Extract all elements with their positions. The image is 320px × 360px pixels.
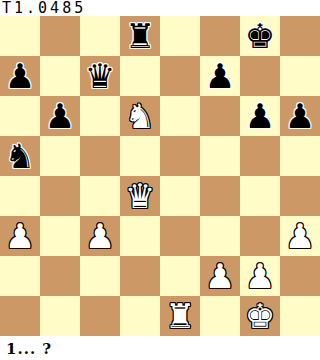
square-a8[interactable] bbox=[0, 16, 40, 56]
square-g6[interactable]: ♟ bbox=[240, 96, 280, 136]
piece-white-knight[interactable]: ♞ bbox=[125, 96, 155, 136]
square-b1[interactable] bbox=[40, 296, 80, 336]
piece-black-knight[interactable]: ♞ bbox=[5, 136, 35, 176]
square-b8[interactable] bbox=[40, 16, 80, 56]
square-c8[interactable] bbox=[80, 16, 120, 56]
square-h2[interactable] bbox=[280, 256, 320, 296]
piece-black-pawn[interactable]: ♟ bbox=[45, 96, 75, 136]
square-h4[interactable] bbox=[280, 176, 320, 216]
square-d7[interactable] bbox=[120, 56, 160, 96]
square-g7[interactable] bbox=[240, 56, 280, 96]
square-g1[interactable]: ♚ bbox=[240, 296, 280, 336]
piece-black-pawn[interactable]: ♟ bbox=[285, 96, 315, 136]
square-a4[interactable] bbox=[0, 176, 40, 216]
square-c3[interactable]: ♟ bbox=[80, 216, 120, 256]
square-h1[interactable] bbox=[280, 296, 320, 336]
piece-black-king[interactable]: ♚ bbox=[245, 16, 275, 56]
square-f4[interactable] bbox=[200, 176, 240, 216]
piece-white-king[interactable]: ♚ bbox=[245, 296, 275, 336]
square-f8[interactable] bbox=[200, 16, 240, 56]
move-prompt: 1... ? bbox=[0, 336, 320, 360]
square-a1[interactable] bbox=[0, 296, 40, 336]
square-e3[interactable] bbox=[160, 216, 200, 256]
square-b4[interactable] bbox=[40, 176, 80, 216]
square-g4[interactable] bbox=[240, 176, 280, 216]
piece-black-pawn[interactable]: ♟ bbox=[5, 56, 35, 96]
piece-black-pawn[interactable]: ♟ bbox=[205, 56, 235, 96]
square-b7[interactable] bbox=[40, 56, 80, 96]
square-f1[interactable] bbox=[200, 296, 240, 336]
square-c2[interactable] bbox=[80, 256, 120, 296]
square-g5[interactable] bbox=[240, 136, 280, 176]
square-d8[interactable]: ♜ bbox=[120, 16, 160, 56]
square-d3[interactable] bbox=[120, 216, 160, 256]
square-e4[interactable] bbox=[160, 176, 200, 216]
square-b6[interactable]: ♟ bbox=[40, 96, 80, 136]
square-g3[interactable] bbox=[240, 216, 280, 256]
square-f3[interactable] bbox=[200, 216, 240, 256]
square-c6[interactable] bbox=[80, 96, 120, 136]
square-d5[interactable] bbox=[120, 136, 160, 176]
square-e2[interactable] bbox=[160, 256, 200, 296]
piece-white-queen[interactable]: ♛ bbox=[125, 176, 155, 216]
square-a5[interactable]: ♞ bbox=[0, 136, 40, 176]
piece-white-pawn[interactable]: ♟ bbox=[285, 216, 315, 256]
square-a2[interactable] bbox=[0, 256, 40, 296]
square-d1[interactable] bbox=[120, 296, 160, 336]
square-h5[interactable] bbox=[280, 136, 320, 176]
square-h7[interactable] bbox=[280, 56, 320, 96]
square-f5[interactable] bbox=[200, 136, 240, 176]
square-b2[interactable] bbox=[40, 256, 80, 296]
chess-puzzle-page: T1.0485 ♜♚♟♛♟♟♞♟♟♞♛♟♟♟♟♟♜♚ 1... ? bbox=[0, 0, 320, 360]
square-b3[interactable] bbox=[40, 216, 80, 256]
square-c5[interactable] bbox=[80, 136, 120, 176]
chess-board: ♜♚♟♛♟♟♞♟♟♞♛♟♟♟♟♟♜♚ bbox=[0, 16, 320, 336]
piece-black-pawn[interactable]: ♟ bbox=[245, 96, 275, 136]
square-h8[interactable] bbox=[280, 16, 320, 56]
piece-white-pawn[interactable]: ♟ bbox=[245, 256, 275, 296]
square-c7[interactable]: ♛ bbox=[80, 56, 120, 96]
piece-white-pawn[interactable]: ♟ bbox=[205, 256, 235, 296]
square-h6[interactable]: ♟ bbox=[280, 96, 320, 136]
square-a3[interactable]: ♟ bbox=[0, 216, 40, 256]
piece-black-queen[interactable]: ♛ bbox=[85, 56, 115, 96]
square-h3[interactable]: ♟ bbox=[280, 216, 320, 256]
square-d4[interactable]: ♛ bbox=[120, 176, 160, 216]
square-e1[interactable]: ♜ bbox=[160, 296, 200, 336]
square-g8[interactable]: ♚ bbox=[240, 16, 280, 56]
square-e6[interactable] bbox=[160, 96, 200, 136]
square-a6[interactable] bbox=[0, 96, 40, 136]
square-a7[interactable]: ♟ bbox=[0, 56, 40, 96]
square-b5[interactable] bbox=[40, 136, 80, 176]
piece-black-rook[interactable]: ♜ bbox=[125, 16, 155, 56]
square-d6[interactable]: ♞ bbox=[120, 96, 160, 136]
square-c4[interactable] bbox=[80, 176, 120, 216]
puzzle-title: T1.0485 bbox=[0, 0, 320, 16]
square-d2[interactable] bbox=[120, 256, 160, 296]
square-f2[interactable]: ♟ bbox=[200, 256, 240, 296]
square-e5[interactable] bbox=[160, 136, 200, 176]
square-c1[interactable] bbox=[80, 296, 120, 336]
square-e8[interactable] bbox=[160, 16, 200, 56]
piece-white-pawn[interactable]: ♟ bbox=[85, 216, 115, 256]
square-f7[interactable]: ♟ bbox=[200, 56, 240, 96]
square-f6[interactable] bbox=[200, 96, 240, 136]
piece-white-pawn[interactable]: ♟ bbox=[5, 216, 35, 256]
square-g2[interactable]: ♟ bbox=[240, 256, 280, 296]
piece-white-rook[interactable]: ♜ bbox=[165, 296, 195, 336]
square-e7[interactable] bbox=[160, 56, 200, 96]
